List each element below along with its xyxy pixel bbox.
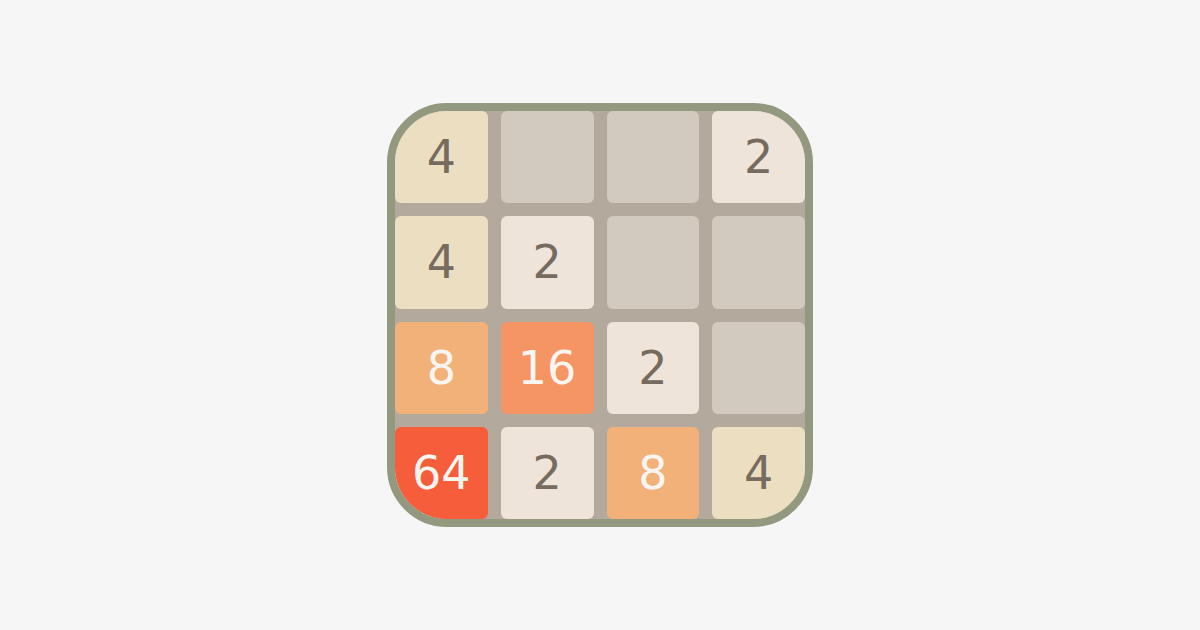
empty-cell [501,111,594,203]
tile-4: 4 [395,111,488,203]
tile-grid[interactable]: 4242816264284 [395,111,805,519]
tile-2: 2 [501,216,594,308]
empty-cell [607,216,700,308]
tile-4: 4 [395,216,488,308]
empty-cell [607,111,700,203]
tile-2: 2 [712,111,805,203]
tile-16: 16 [501,322,594,414]
empty-cell [712,216,805,308]
2048-app-icon: 4242816264284 [387,103,813,527]
empty-cell [712,322,805,414]
tile-8: 8 [395,322,488,414]
tile-2: 2 [501,427,594,519]
tile-64: 64 [395,427,488,519]
tile-4: 4 [712,427,805,519]
tile-2: 2 [607,322,700,414]
tile-8: 8 [607,427,700,519]
app-background: 4242816264284 [0,0,1200,630]
